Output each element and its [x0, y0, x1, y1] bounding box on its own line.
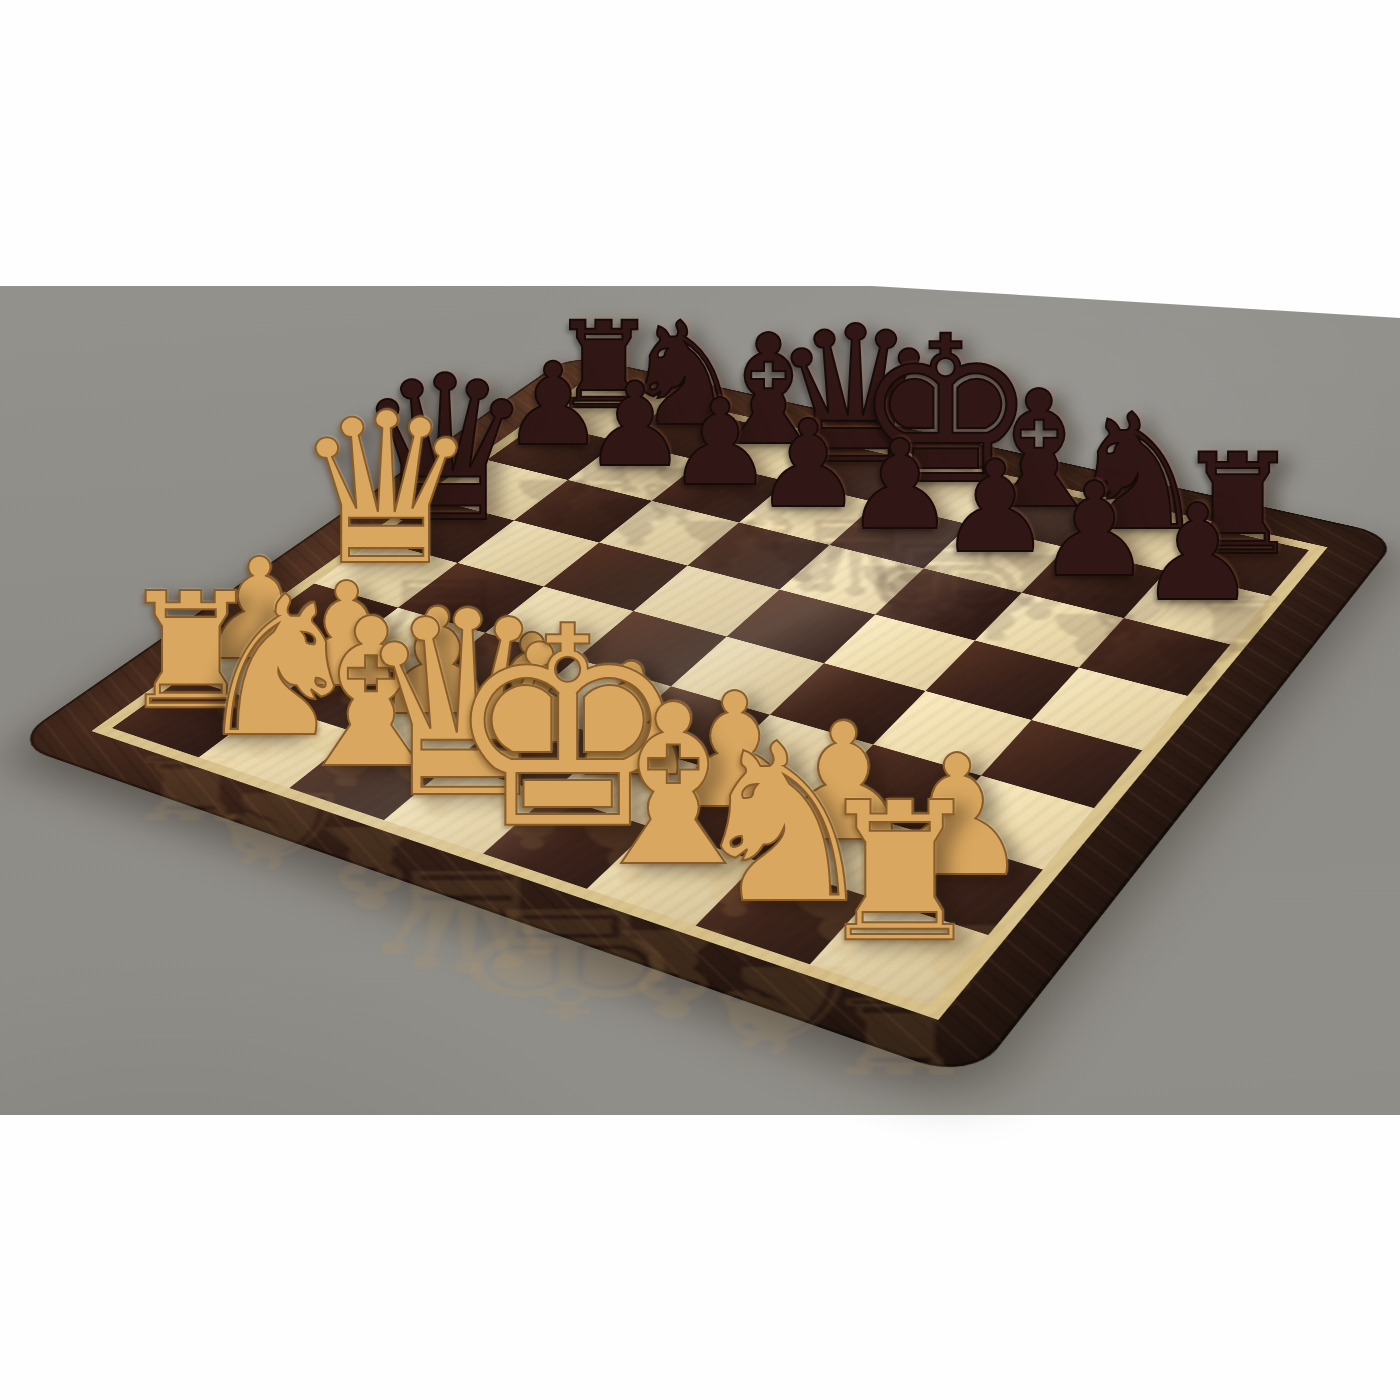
chess-product-photo: ♜♜♞♞♟♟♝♝♟♟♛♛♟♟♚♚♟♟♝♝♛♛♟♟♞♞♟♟♜♜♛♛♟♟♟♟♟♟♟♟…	[0, 0, 1400, 1400]
